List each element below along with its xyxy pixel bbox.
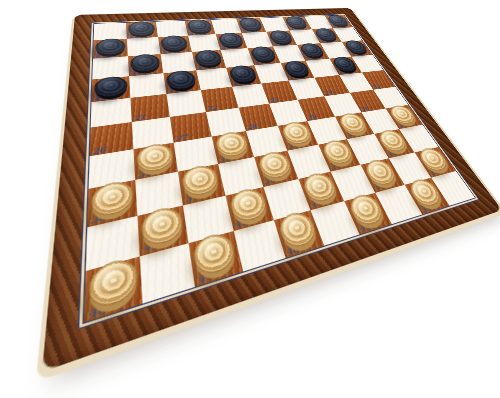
square-number: 26 [92, 146, 106, 155]
square-number: 1 [128, 34, 133, 38]
square-number: 3 [241, 29, 246, 33]
black-man-square-6[interactable] [95, 38, 125, 55]
square-number: 28 [245, 123, 257, 130]
square-number: 24 [323, 90, 333, 96]
square-number: 27 [175, 134, 188, 142]
board-inlay-pinstripe: 1234567891011121314151617181920212223242… [78, 14, 480, 330]
square-number: 2 [188, 31, 193, 35]
square-number: 8 [220, 46, 225, 50]
square-number: 21 [134, 114, 146, 121]
square-number: 30 [359, 106, 369, 112]
light-square [94, 23, 127, 41]
square-number: 6 [95, 53, 101, 58]
square-number: 7 [162, 49, 167, 53]
black-man-square-1[interactable] [128, 21, 156, 36]
black-man-square-11[interactable] [130, 54, 161, 73]
board-grid: 1234567891011121314151617181920212223242… [82, 15, 476, 324]
square-number: 4 [289, 27, 294, 30]
square-number: 29 [306, 114, 317, 121]
square-number: 23 [268, 97, 279, 103]
square-number: 9 [273, 42, 278, 46]
draughts-board: 1234567891011121314151617181920212223242… [42, 8, 500, 372]
square-number: 25 [371, 84, 381, 89]
square-number: 22 [206, 105, 217, 112]
photo-background: 1234567891011121314151617181920212223242… [0, 0, 500, 398]
square-1[interactable]: 1 [126, 22, 158, 39]
light-square [156, 21, 188, 38]
black-man-square-16[interactable] [94, 75, 128, 97]
